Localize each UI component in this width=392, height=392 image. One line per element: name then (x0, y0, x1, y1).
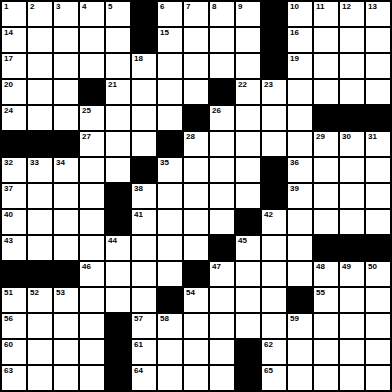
black-square (132, 2, 156, 26)
white-cell[interactable] (340, 314, 364, 338)
white-cell[interactable]: 40 (2, 210, 26, 234)
white-cell[interactable] (184, 340, 208, 364)
white-cell[interactable] (366, 28, 390, 52)
white-cell[interactable]: 18 (132, 54, 156, 78)
white-cell[interactable] (314, 210, 338, 234)
white-cell[interactable] (54, 236, 78, 260)
clue-number: 50 (368, 262, 377, 271)
white-cell[interactable]: 46 (80, 262, 104, 286)
white-cell[interactable] (80, 28, 104, 52)
white-cell[interactable]: 62 (262, 340, 286, 364)
white-cell[interactable] (314, 314, 338, 338)
white-cell[interactable] (106, 288, 130, 312)
white-cell[interactable] (236, 262, 260, 286)
black-square (262, 54, 286, 78)
white-cell[interactable] (132, 236, 156, 260)
black-square (184, 262, 208, 286)
white-cell[interactable] (54, 210, 78, 234)
white-cell[interactable] (184, 54, 208, 78)
white-cell[interactable]: 58 (158, 314, 182, 338)
white-cell[interactable] (28, 54, 52, 78)
clue-number: 2 (30, 2, 34, 11)
black-square (236, 210, 260, 234)
white-cell[interactable] (236, 158, 260, 182)
white-cell[interactable]: 14 (2, 28, 26, 52)
black-square (262, 184, 286, 208)
white-cell[interactable] (28, 80, 52, 104)
clue-number: 39 (290, 184, 299, 193)
white-cell[interactable]: 28 (184, 132, 208, 156)
black-square (340, 106, 364, 130)
white-cell[interactable] (210, 366, 234, 390)
white-cell[interactable] (184, 28, 208, 52)
white-cell[interactable]: 52 (28, 288, 52, 312)
black-square (80, 80, 104, 104)
black-square (54, 262, 78, 286)
white-cell[interactable] (314, 54, 338, 78)
clue-number: 17 (4, 54, 13, 63)
clue-number: 7 (186, 2, 190, 11)
white-cell[interactable] (158, 106, 182, 130)
white-cell[interactable] (340, 80, 364, 104)
clue-number: 16 (290, 28, 299, 37)
clue-number: 60 (4, 340, 13, 349)
white-cell[interactable]: 17 (2, 54, 26, 78)
white-cell[interactable] (366, 158, 390, 182)
white-cell[interactable]: 25 (80, 106, 104, 130)
white-cell[interactable]: 27 (80, 132, 104, 156)
clue-number: 38 (134, 184, 143, 193)
clue-number: 22 (238, 80, 247, 89)
white-cell[interactable] (210, 158, 234, 182)
white-cell[interactable]: 50 (366, 262, 390, 286)
white-cell[interactable] (366, 210, 390, 234)
white-cell[interactable]: 24 (2, 106, 26, 130)
white-cell[interactable] (132, 80, 156, 104)
white-cell[interactable] (262, 288, 286, 312)
clue-number: 28 (186, 132, 195, 141)
white-cell[interactable]: 42 (262, 210, 286, 234)
white-cell[interactable] (28, 210, 52, 234)
clue-number: 55 (316, 288, 325, 297)
black-square (366, 106, 390, 130)
white-cell[interactable] (54, 366, 78, 390)
white-cell[interactable] (366, 340, 390, 364)
clue-number: 26 (212, 106, 221, 115)
white-cell[interactable] (366, 184, 390, 208)
white-cell[interactable]: 36 (288, 158, 312, 182)
white-cell[interactable] (262, 236, 286, 260)
clue-number: 42 (264, 210, 273, 219)
clue-number: 1 (4, 2, 8, 11)
white-cell[interactable] (288, 262, 312, 286)
white-cell[interactable] (54, 54, 78, 78)
clue-number: 52 (30, 288, 39, 297)
white-cell[interactable] (210, 288, 234, 312)
white-cell[interactable]: 45 (236, 236, 260, 260)
black-square (314, 236, 338, 260)
white-cell[interactable]: 4 (80, 2, 104, 26)
clue-number: 11 (316, 2, 324, 11)
white-cell[interactable] (54, 184, 78, 208)
white-cell[interactable]: 2 (28, 2, 52, 26)
white-cell[interactable] (366, 288, 390, 312)
clue-number: 9 (238, 2, 242, 11)
white-cell[interactable] (262, 132, 286, 156)
clue-number: 51 (4, 288, 13, 297)
white-cell[interactable] (340, 54, 364, 78)
clue-number: 6 (160, 2, 164, 11)
white-cell[interactable] (80, 340, 104, 364)
clue-number: 61 (134, 340, 143, 349)
white-cell[interactable] (80, 236, 104, 260)
clue-number: 10 (290, 2, 299, 11)
black-square (132, 28, 156, 52)
black-square (106, 210, 130, 234)
white-cell[interactable]: 3 (54, 2, 78, 26)
white-cell[interactable] (80, 288, 104, 312)
clue-number: 45 (238, 236, 247, 245)
white-cell[interactable] (80, 366, 104, 390)
white-cell[interactable]: 31 (366, 132, 390, 156)
white-cell[interactable]: 7 (184, 2, 208, 26)
clue-number: 43 (4, 236, 13, 245)
white-cell[interactable]: 20 (2, 80, 26, 104)
black-square (132, 158, 156, 182)
white-cell[interactable]: 13 (366, 2, 390, 26)
white-cell[interactable] (158, 262, 182, 286)
white-cell[interactable] (54, 80, 78, 104)
white-cell[interactable]: 63 (2, 366, 26, 390)
clue-number: 21 (108, 80, 117, 89)
white-cell[interactable] (366, 54, 390, 78)
white-cell[interactable]: 30 (340, 132, 364, 156)
white-cell[interactable] (28, 28, 52, 52)
clue-number: 19 (290, 54, 299, 63)
white-cell[interactable] (158, 184, 182, 208)
black-square (28, 132, 52, 156)
clue-number: 13 (368, 2, 377, 11)
white-cell[interactable] (288, 80, 312, 104)
white-cell[interactable]: 56 (2, 314, 26, 338)
white-cell[interactable]: 51 (2, 288, 26, 312)
white-cell[interactable]: 32 (2, 158, 26, 182)
white-cell[interactable] (340, 158, 364, 182)
white-cell[interactable] (28, 236, 52, 260)
black-square (184, 106, 208, 130)
clue-number: 46 (82, 262, 91, 271)
white-cell[interactable] (80, 314, 104, 338)
white-cell[interactable]: 41 (132, 210, 156, 234)
white-cell[interactable] (210, 314, 234, 338)
clue-number: 32 (4, 158, 13, 167)
white-cell[interactable] (158, 340, 182, 364)
white-cell[interactable]: 21 (106, 80, 130, 104)
white-cell[interactable]: 8 (210, 2, 234, 26)
white-cell[interactable] (210, 184, 234, 208)
white-cell[interactable] (288, 366, 312, 390)
clue-number: 47 (212, 262, 221, 271)
white-cell[interactable]: 12 (340, 2, 364, 26)
white-cell[interactable]: 59 (288, 314, 312, 338)
white-cell[interactable]: 44 (106, 236, 130, 260)
white-cell[interactable] (28, 314, 52, 338)
white-cell[interactable] (262, 262, 286, 286)
white-cell[interactable] (236, 28, 260, 52)
white-cell[interactable] (236, 132, 260, 156)
white-cell[interactable]: 64 (132, 366, 156, 390)
white-cell[interactable] (106, 132, 130, 156)
white-cell[interactable] (314, 28, 338, 52)
white-cell[interactable] (314, 158, 338, 182)
clue-number: 20 (4, 80, 13, 89)
white-cell[interactable] (184, 80, 208, 104)
white-cell[interactable] (158, 366, 182, 390)
clue-number: 14 (4, 28, 13, 37)
white-cell[interactable] (340, 184, 364, 208)
black-square (158, 132, 182, 156)
white-cell[interactable]: 49 (340, 262, 364, 286)
white-cell[interactable] (80, 158, 104, 182)
white-cell[interactable]: 16 (288, 28, 312, 52)
clue-number: 29 (316, 132, 325, 141)
white-cell[interactable] (262, 314, 286, 338)
white-cell[interactable]: 57 (132, 314, 156, 338)
white-cell[interactable]: 11 (314, 2, 338, 26)
white-cell[interactable] (158, 236, 182, 260)
white-cell[interactable] (340, 210, 364, 234)
white-cell[interactable]: 48 (314, 262, 338, 286)
white-cell[interactable] (28, 340, 52, 364)
black-square (288, 288, 312, 312)
white-cell[interactable] (314, 184, 338, 208)
white-cell[interactable] (54, 340, 78, 364)
white-cell[interactable]: 26 (210, 106, 234, 130)
clue-number: 63 (4, 366, 13, 375)
white-cell[interactable] (236, 314, 260, 338)
black-square (28, 262, 52, 286)
white-cell[interactable]: 35 (158, 158, 182, 182)
white-cell[interactable]: 38 (132, 184, 156, 208)
white-cell[interactable] (28, 184, 52, 208)
white-cell[interactable] (366, 366, 390, 390)
white-cell[interactable]: 53 (54, 288, 78, 312)
white-cell[interactable]: 39 (288, 184, 312, 208)
white-cell[interactable] (210, 340, 234, 364)
white-cell[interactable] (28, 366, 52, 390)
white-cell[interactable] (106, 262, 130, 286)
clue-number: 57 (134, 314, 143, 323)
clue-number: 8 (212, 2, 216, 11)
black-square (262, 28, 286, 52)
white-cell[interactable] (28, 106, 52, 130)
white-cell[interactable] (184, 236, 208, 260)
white-cell[interactable] (132, 106, 156, 130)
white-cell[interactable] (314, 340, 338, 364)
white-cell[interactable] (158, 80, 182, 104)
clue-number: 15 (160, 28, 169, 37)
clue-number: 5 (108, 2, 112, 11)
white-cell[interactable]: 15 (158, 28, 182, 52)
black-square (106, 340, 130, 364)
white-cell[interactable] (54, 314, 78, 338)
black-square (2, 132, 26, 156)
white-cell[interactable] (184, 314, 208, 338)
black-square (106, 184, 130, 208)
white-cell[interactable] (184, 366, 208, 390)
white-cell[interactable]: 10 (288, 2, 312, 26)
white-cell[interactable] (288, 210, 312, 234)
white-cell[interactable] (210, 132, 234, 156)
white-cell[interactable] (288, 132, 312, 156)
clue-number: 35 (160, 158, 169, 167)
black-square (236, 340, 260, 364)
clue-number: 27 (82, 132, 91, 141)
black-square (262, 2, 286, 26)
white-cell[interactable]: 22 (236, 80, 260, 104)
clue-number: 54 (186, 288, 195, 297)
clue-number: 30 (342, 132, 351, 141)
clue-number: 31 (368, 132, 377, 141)
white-cell[interactable] (288, 106, 312, 130)
black-square (2, 262, 26, 286)
white-cell[interactable]: 55 (314, 288, 338, 312)
white-cell[interactable]: 60 (2, 340, 26, 364)
white-cell[interactable] (54, 28, 78, 52)
clue-number: 12 (342, 2, 351, 11)
white-cell[interactable]: 19 (288, 54, 312, 78)
clue-number: 59 (290, 314, 299, 323)
white-cell[interactable]: 34 (54, 158, 78, 182)
white-cell[interactable] (340, 366, 364, 390)
black-square (158, 288, 182, 312)
white-cell[interactable] (236, 184, 260, 208)
clue-number: 24 (4, 106, 13, 115)
white-cell[interactable]: 23 (262, 80, 286, 104)
clue-number: 3 (56, 2, 60, 11)
white-cell[interactable] (106, 28, 130, 52)
clue-number: 25 (82, 106, 91, 115)
white-cell[interactable] (314, 366, 338, 390)
clue-number: 18 (134, 54, 143, 63)
black-square (236, 366, 260, 390)
clue-number: 56 (4, 314, 13, 323)
white-cell[interactable] (106, 158, 130, 182)
white-cell[interactable] (340, 288, 364, 312)
clue-number: 58 (160, 314, 169, 323)
black-square (366, 236, 390, 260)
clue-number: 53 (56, 288, 65, 297)
black-square (340, 236, 364, 260)
white-cell[interactable] (54, 106, 78, 130)
white-cell[interactable] (80, 54, 104, 78)
white-cell[interactable]: 54 (184, 288, 208, 312)
white-cell[interactable]: 9 (236, 2, 260, 26)
white-cell[interactable] (288, 340, 312, 364)
white-cell[interactable]: 33 (28, 158, 52, 182)
white-cell[interactable]: 29 (314, 132, 338, 156)
white-cell[interactable]: 5 (106, 2, 130, 26)
clue-number: 34 (56, 158, 65, 167)
white-cell[interactable]: 43 (2, 236, 26, 260)
white-cell[interactable] (210, 28, 234, 52)
white-cell[interactable] (236, 288, 260, 312)
white-cell[interactable] (132, 132, 156, 156)
white-cell[interactable] (366, 80, 390, 104)
crossword-grid: 1234567891011121314151617181920212223242… (0, 0, 392, 392)
white-cell[interactable] (366, 314, 390, 338)
white-cell[interactable] (184, 184, 208, 208)
white-cell[interactable] (340, 28, 364, 52)
white-cell[interactable]: 1 (2, 2, 26, 26)
white-cell[interactable] (158, 54, 182, 78)
black-square (106, 314, 130, 338)
white-cell[interactable] (340, 340, 364, 364)
clue-number: 65 (264, 366, 273, 375)
white-cell[interactable] (236, 54, 260, 78)
black-square (262, 158, 286, 182)
white-cell[interactable] (158, 210, 182, 234)
black-square (210, 80, 234, 104)
clue-number: 33 (30, 158, 39, 167)
white-cell[interactable] (106, 54, 130, 78)
black-square (106, 366, 130, 390)
clue-number: 23 (264, 80, 273, 89)
clue-number: 48 (316, 262, 325, 271)
clue-number: 62 (264, 340, 273, 349)
black-square (54, 132, 78, 156)
white-cell[interactable] (80, 184, 104, 208)
white-cell[interactable] (184, 210, 208, 234)
clue-number: 64 (134, 366, 143, 375)
black-square (210, 236, 234, 260)
white-cell[interactable]: 47 (210, 262, 234, 286)
white-cell[interactable]: 37 (2, 184, 26, 208)
white-cell[interactable] (314, 80, 338, 104)
white-cell[interactable] (132, 262, 156, 286)
white-cell[interactable] (132, 288, 156, 312)
white-cell[interactable]: 65 (262, 366, 286, 390)
white-cell[interactable] (288, 236, 312, 260)
clue-number: 4 (82, 2, 86, 11)
white-cell[interactable] (106, 106, 130, 130)
white-cell[interactable] (262, 106, 286, 130)
clue-number: 49 (342, 262, 351, 271)
clue-number: 41 (134, 210, 143, 219)
white-cell[interactable] (236, 106, 260, 130)
clue-number: 44 (108, 236, 117, 245)
white-cell[interactable]: 6 (158, 2, 182, 26)
white-cell[interactable] (210, 210, 234, 234)
white-cell[interactable] (80, 210, 104, 234)
clue-number: 36 (290, 158, 299, 167)
white-cell[interactable] (210, 54, 234, 78)
white-cell[interactable]: 61 (132, 340, 156, 364)
white-cell[interactable] (184, 158, 208, 182)
clue-number: 37 (4, 184, 13, 193)
black-square (314, 106, 338, 130)
clue-number: 40 (4, 210, 13, 219)
